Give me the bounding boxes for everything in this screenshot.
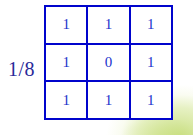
grid-cell-r1c0: 1 [46,45,86,81]
coefficient-label: 1/8 [8,58,35,81]
grid-cell-r2c2: 1 [131,82,171,118]
slide-canvas: { "game": "number-grid (3x3 averaging co… [0,0,193,135]
grid-cell-r1c1: 0 [88,45,128,81]
grid-cell-r2c0: 1 [46,82,86,118]
grid-cell-r0c2: 1 [131,7,171,43]
grid-cell-r2c1: 1 [88,82,128,118]
grid-cell-r1c2: 1 [131,45,171,81]
grid-cell-r0c0: 1 [46,7,86,43]
grid-cell-r0c1: 1 [88,7,128,43]
kernel-grid: 1 1 1 1 0 1 1 1 1 [44,5,173,120]
